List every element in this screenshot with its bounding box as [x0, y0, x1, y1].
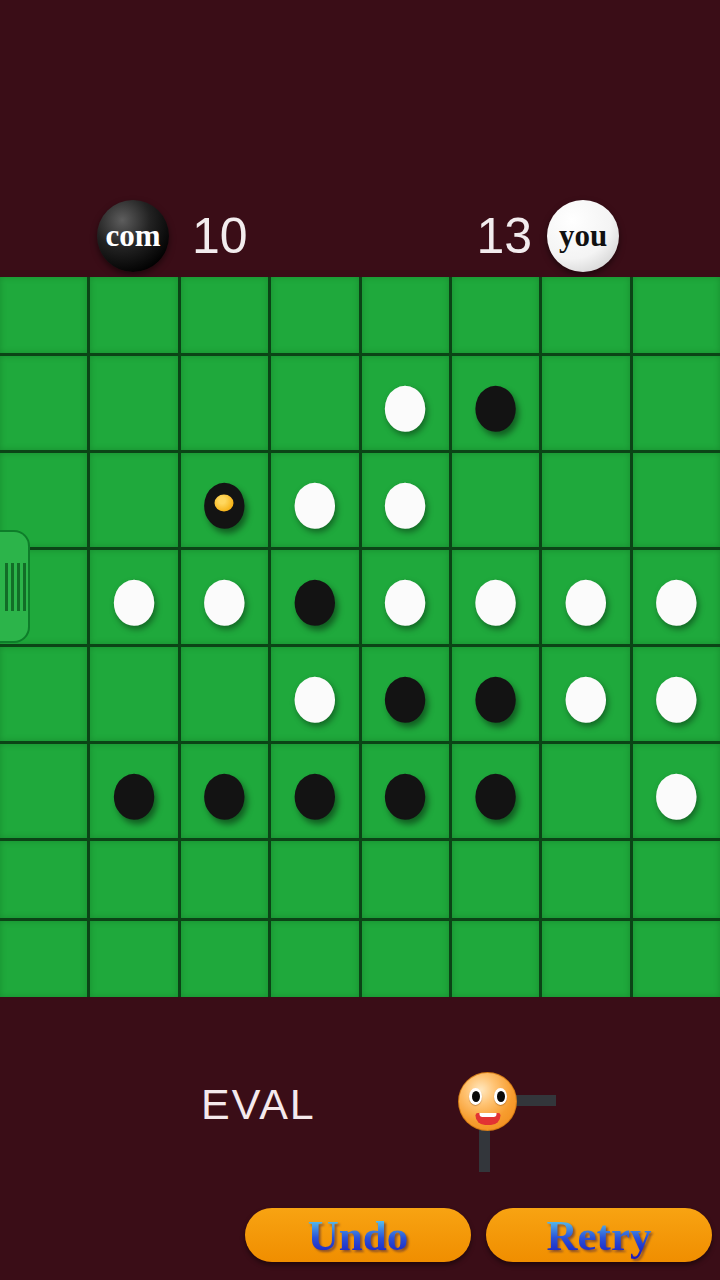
black-disc: ● [106, 738, 163, 845]
board-cell-h1[interactable] [633, 277, 720, 353]
board-cell-g7[interactable] [542, 841, 629, 917]
smiley-right-eye [494, 1088, 507, 1105]
board-cell-g5[interactable]: ● [542, 647, 629, 741]
board-cell-d7[interactable] [271, 841, 358, 917]
last-move-marker [215, 495, 234, 512]
board-cell-a1[interactable] [0, 277, 87, 353]
board-cell-d1[interactable] [271, 277, 358, 353]
board-cell-d8[interactable] [271, 921, 358, 997]
board-cell-h3[interactable] [633, 453, 720, 547]
board-cell-d5[interactable]: ● [271, 647, 358, 741]
board-cell-h5[interactable]: ● [633, 647, 720, 741]
white-disc: ● [648, 738, 705, 845]
board-cell-a7[interactable] [0, 841, 87, 917]
board-cell-e6[interactable]: ● [362, 744, 449, 838]
board-cell-g4[interactable]: ● [542, 550, 629, 644]
eval-label: EVAL [201, 1080, 316, 1128]
board-cell-d6[interactable]: ● [271, 744, 358, 838]
board-cell-c4[interactable]: ● [181, 550, 268, 644]
com-score: 10 [192, 200, 248, 272]
white-disc: ● [196, 544, 253, 651]
board-cell-g3[interactable] [542, 453, 629, 547]
board-cell-a6[interactable] [0, 744, 87, 838]
board-cell-c3[interactable]: ● [181, 453, 268, 547]
board-cell-b5[interactable] [90, 647, 177, 741]
smiley-mouth [475, 1113, 500, 1125]
board-cell-h4[interactable]: ● [633, 550, 720, 644]
board-cell-c5[interactable] [181, 647, 268, 741]
board-cell-h2[interactable] [633, 356, 720, 450]
side-drawer-handle[interactable] [0, 530, 30, 643]
board: ●●●●●●●●●●●●●●●●●●●●●●● [0, 277, 720, 997]
black-disc: ● [196, 738, 253, 845]
black-disc: ● [467, 350, 524, 457]
board-cell-b7[interactable] [90, 841, 177, 917]
board-cell-c8[interactable] [181, 921, 268, 997]
board-cell-b8[interactable] [90, 921, 177, 997]
board-cell-f5[interactable]: ● [452, 647, 539, 741]
black-disc: ● [377, 738, 434, 845]
board-cell-a2[interactable] [0, 356, 87, 450]
board-cell-a8[interactable] [0, 921, 87, 997]
board-cell-e7[interactable] [362, 841, 449, 917]
board-cell-d2[interactable] [271, 356, 358, 450]
black-disc: ● [467, 738, 524, 845]
you-score: 13 [450, 200, 532, 272]
black-disc: ● [286, 738, 343, 845]
board-cell-c2[interactable] [181, 356, 268, 450]
board-cell-f7[interactable] [452, 841, 539, 917]
board-cell-b2[interactable] [90, 356, 177, 450]
board-cell-c6[interactable]: ● [181, 744, 268, 838]
board-cell-c7[interactable] [181, 841, 268, 917]
board-cell-h6[interactable]: ● [633, 744, 720, 838]
white-disc: ● [558, 641, 615, 748]
com-player-label: com [105, 218, 160, 254]
com-player-disc: com [97, 200, 169, 272]
board-cell-b1[interactable] [90, 277, 177, 353]
you-player-label: you [559, 218, 607, 254]
retry-button[interactable]: Retry [486, 1208, 712, 1262]
board-cell-h7[interactable] [633, 841, 720, 917]
board-cell-h8[interactable] [633, 921, 720, 997]
eval-axis-horizontal [516, 1095, 556, 1106]
undo-button-label: Undo [308, 1211, 408, 1260]
board-cell-f3[interactable] [452, 453, 539, 547]
board-cell-e4[interactable]: ● [362, 550, 449, 644]
board-cell-e3[interactable]: ● [362, 453, 449, 547]
board-cell-e5[interactable]: ● [362, 647, 449, 741]
board-cell-b4[interactable]: ● [90, 550, 177, 644]
board-cell-d3[interactable]: ● [271, 453, 358, 547]
board-cell-g2[interactable] [542, 356, 629, 450]
board-cell-f8[interactable] [452, 921, 539, 997]
board-cell-g8[interactable] [542, 921, 629, 997]
game-screen: com 10 13 you ●●●●●●●●●●●●●●●●●●●●●●● EV… [0, 0, 720, 1280]
board-cell-d4[interactable]: ● [271, 550, 358, 644]
board-cell-b3[interactable] [90, 453, 177, 547]
board-cell-f4[interactable]: ● [452, 550, 539, 644]
smiley-face-icon [458, 1072, 517, 1131]
board-cell-f2[interactable]: ● [452, 356, 539, 450]
board-cell-c1[interactable] [181, 277, 268, 353]
undo-button[interactable]: Undo [245, 1208, 471, 1262]
eval-axis-vertical [479, 1130, 490, 1172]
drawer-grip-icon [5, 563, 26, 611]
board-cell-a5[interactable] [0, 647, 87, 741]
white-disc: ● [106, 544, 163, 651]
you-player-disc: you [547, 200, 619, 272]
board-cell-b6[interactable]: ● [90, 744, 177, 838]
board-cell-e2[interactable]: ● [362, 356, 449, 450]
smiley-left-eye [469, 1088, 482, 1105]
board-cell-e8[interactable] [362, 921, 449, 997]
board-cell-g6[interactable] [542, 744, 629, 838]
board-cell-f6[interactable]: ● [452, 744, 539, 838]
retry-button-label: Retry [546, 1211, 651, 1260]
board-cell-g1[interactable] [542, 277, 629, 353]
